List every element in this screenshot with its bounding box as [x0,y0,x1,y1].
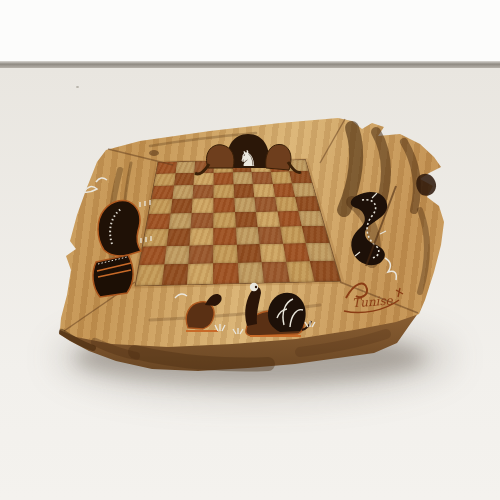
backdrop-seam-line [0,61,500,68]
board-square [213,263,239,284]
board-square [234,197,256,212]
board-square [233,172,253,185]
board-square [262,262,290,283]
board-square [250,160,270,172]
board-square [146,213,170,229]
board-square [232,161,252,173]
board-square [187,264,213,285]
board-square [237,262,264,283]
board-square [213,228,236,245]
board-square [258,227,283,244]
board-square [260,244,286,263]
board-square [166,228,191,245]
photo-stage: ♞ [0,0,500,500]
board-square [213,172,233,185]
board-square [164,245,190,264]
board-square [299,210,325,226]
board-square [302,226,329,243]
board-square [194,173,214,186]
board-square [235,212,258,228]
board-square [170,199,192,214]
board-square [213,198,234,213]
backdrop-speck [76,86,79,88]
backdrop-wall [0,0,500,61]
board-square [254,197,277,212]
board-square [292,183,315,196]
board-square [174,173,195,186]
chessboard-grid [134,159,341,286]
board-square [194,161,213,173]
board-square [256,211,280,227]
board-square [253,184,275,198]
board-square [143,229,169,247]
board-square [192,198,214,213]
board-square [306,243,334,262]
board-square [190,228,213,245]
board-square [310,261,340,282]
board-square [213,185,234,199]
board-square [139,246,166,265]
board-square [154,173,175,186]
board-square [168,213,191,229]
board-square [252,172,273,185]
board-square [236,244,261,263]
board-square [161,264,188,285]
board-square [189,245,214,264]
board-square [172,185,194,199]
board-square [191,212,213,228]
board-square [213,245,237,264]
board-square [213,212,235,228]
board-square [156,162,177,174]
board-square [214,161,233,173]
board-square [289,171,311,184]
board-square [287,160,309,172]
board-square [193,185,214,199]
board-square [149,199,172,214]
board-square [233,184,254,198]
board-square [175,161,195,173]
board-square [136,265,164,286]
board-square [151,186,173,200]
board-square [235,227,259,244]
board-square [295,196,319,211]
